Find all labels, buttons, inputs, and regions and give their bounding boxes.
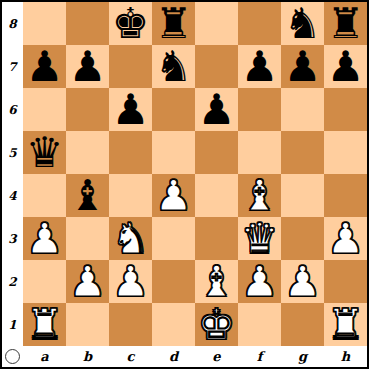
square-f7[interactable]: ♟ (238, 45, 281, 88)
square-h4[interactable] (324, 174, 367, 217)
piece-black-rook-d8[interactable]: ♜ (155, 2, 193, 45)
piece-white-king-e1[interactable]: ♚ (198, 303, 236, 346)
rank-label-7: 7 (2, 45, 23, 88)
square-h3[interactable]: ♟ (324, 217, 367, 260)
file-label-e: e (195, 346, 238, 367)
square-a5[interactable]: ♛ (23, 131, 66, 174)
square-c5[interactable] (109, 131, 152, 174)
piece-white-bishop-e2[interactable]: ♝ (198, 260, 236, 303)
square-e6[interactable]: ♟ (195, 88, 238, 131)
square-h2[interactable] (324, 260, 367, 303)
piece-black-king-c8[interactable]: ♚ (112, 2, 150, 45)
piece-black-pawn-c6[interactable]: ♟ (112, 88, 150, 131)
file-label-h: h (324, 346, 367, 367)
file-label-c: c (109, 346, 152, 367)
square-b4[interactable]: ♝ (66, 174, 109, 217)
piece-black-pawn-a7[interactable]: ♟ (26, 45, 64, 88)
piece-white-pawn-b2[interactable]: ♟ (69, 260, 107, 303)
square-h5[interactable] (324, 131, 367, 174)
piece-white-knight-c3[interactable]: ♞ (112, 217, 150, 260)
square-a8[interactable] (23, 2, 66, 45)
square-c2[interactable]: ♟ (109, 260, 152, 303)
square-a4[interactable] (23, 174, 66, 217)
square-e2[interactable]: ♝ (195, 260, 238, 303)
file-label-g: g (281, 346, 324, 367)
square-e4[interactable] (195, 174, 238, 217)
square-g3[interactable] (281, 217, 324, 260)
square-a6[interactable] (23, 88, 66, 131)
square-c1[interactable] (109, 303, 152, 346)
square-d5[interactable] (152, 131, 195, 174)
square-g2[interactable]: ♟ (281, 260, 324, 303)
square-c7[interactable] (109, 45, 152, 88)
rank-label-5: 5 (2, 131, 23, 174)
piece-white-pawn-g2[interactable]: ♟ (284, 260, 322, 303)
piece-white-pawn-d4[interactable]: ♟ (155, 174, 193, 217)
square-d7[interactable]: ♞ (152, 45, 195, 88)
square-f1[interactable] (238, 303, 281, 346)
chess-diagram: 87654321 ♚♜♞♜♟♟♞♟♟♟♟♟♛♝♟♝♟♞♛♟♟♟♝♟♟♜♚♜ ab… (0, 0, 369, 369)
square-f4[interactable]: ♝ (238, 174, 281, 217)
piece-black-pawn-b7[interactable]: ♟ (69, 45, 107, 88)
square-g6[interactable] (281, 88, 324, 131)
square-b8[interactable] (66, 2, 109, 45)
turn-indicator-area (2, 346, 23, 367)
square-h8[interactable]: ♜ (324, 2, 367, 45)
file-label-f: f (238, 346, 281, 367)
square-d4[interactable]: ♟ (152, 174, 195, 217)
piece-black-rook-h8[interactable]: ♜ (327, 2, 365, 45)
square-b6[interactable] (66, 88, 109, 131)
square-d2[interactable] (152, 260, 195, 303)
rank-label-3: 3 (2, 217, 23, 260)
piece-black-knight-g8[interactable]: ♞ (284, 2, 322, 45)
rank-label-2: 2 (2, 260, 23, 303)
rank-label-4: 4 (2, 174, 23, 217)
square-g5[interactable] (281, 131, 324, 174)
file-label-b: b (66, 346, 109, 367)
square-g4[interactable] (281, 174, 324, 217)
square-f5[interactable] (238, 131, 281, 174)
square-h1[interactable]: ♜ (324, 303, 367, 346)
square-b7[interactable]: ♟ (66, 45, 109, 88)
square-e1[interactable]: ♚ (195, 303, 238, 346)
square-b2[interactable]: ♟ (66, 260, 109, 303)
rank-label-8: 8 (2, 2, 23, 45)
square-a3[interactable]: ♟ (23, 217, 66, 260)
piece-white-pawn-f2[interactable]: ♟ (241, 260, 279, 303)
square-g7[interactable]: ♟ (281, 45, 324, 88)
square-c6[interactable]: ♟ (109, 88, 152, 131)
square-d1[interactable] (152, 303, 195, 346)
file-label-a: a (23, 346, 66, 367)
piece-white-rook-h1[interactable]: ♜ (327, 303, 365, 346)
square-b5[interactable] (66, 131, 109, 174)
square-e8[interactable] (195, 2, 238, 45)
square-f6[interactable] (238, 88, 281, 131)
square-c3[interactable]: ♞ (109, 217, 152, 260)
piece-white-queen-f3[interactable]: ♛ (241, 217, 279, 260)
piece-black-pawn-g7[interactable]: ♟ (284, 45, 322, 88)
square-a7[interactable]: ♟ (23, 45, 66, 88)
square-g8[interactable]: ♞ (281, 2, 324, 45)
piece-white-pawn-c2[interactable]: ♟ (112, 260, 150, 303)
piece-black-pawn-f7[interactable]: ♟ (241, 45, 279, 88)
rank-labels: 87654321 (2, 2, 23, 346)
square-e3[interactable] (195, 217, 238, 260)
piece-black-pawn-h7[interactable]: ♟ (327, 45, 365, 88)
piece-white-rook-a1[interactable]: ♜ (26, 303, 64, 346)
square-e7[interactable] (195, 45, 238, 88)
piece-black-bishop-b4[interactable]: ♝ (69, 174, 107, 217)
square-c8[interactable]: ♚ (109, 2, 152, 45)
piece-black-queen-a5[interactable]: ♛ (26, 131, 64, 174)
square-a2[interactable] (23, 260, 66, 303)
chessboard: ♚♜♞♜♟♟♞♟♟♟♟♟♛♝♟♝♟♞♛♟♟♟♝♟♟♜♚♜ (23, 2, 367, 346)
square-b3[interactable] (66, 217, 109, 260)
square-c4[interactable] (109, 174, 152, 217)
square-e5[interactable] (195, 131, 238, 174)
square-f3[interactable]: ♛ (238, 217, 281, 260)
piece-black-knight-d7[interactable]: ♞ (155, 45, 193, 88)
square-f2[interactable]: ♟ (238, 260, 281, 303)
square-h6[interactable] (324, 88, 367, 131)
square-g1[interactable] (281, 303, 324, 346)
file-labels: abcdefgh (23, 346, 367, 367)
rank-label-6: 6 (2, 88, 23, 131)
square-d3[interactable] (152, 217, 195, 260)
square-d6[interactable] (152, 88, 195, 131)
square-d8[interactable]: ♜ (152, 2, 195, 45)
file-label-d: d (152, 346, 195, 367)
square-h7[interactable]: ♟ (324, 45, 367, 88)
square-f8[interactable] (238, 2, 281, 45)
square-a1[interactable]: ♜ (23, 303, 66, 346)
piece-black-pawn-e6[interactable]: ♟ (198, 88, 236, 131)
piece-white-bishop-f4[interactable]: ♝ (241, 174, 279, 217)
rank-label-1: 1 (2, 303, 23, 346)
piece-white-pawn-h3[interactable]: ♟ (327, 217, 365, 260)
white-to-move-circle-icon (5, 349, 20, 364)
square-b1[interactable] (66, 303, 109, 346)
piece-white-pawn-a3[interactable]: ♟ (26, 217, 64, 260)
